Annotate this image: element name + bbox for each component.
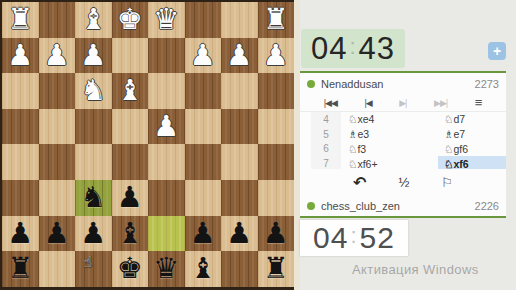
white-pawn-piece[interactable]: ♟ (39, 38, 76, 74)
white-knight-piece[interactable]: ♞ (75, 73, 112, 109)
square[interactable] (185, 109, 222, 145)
black-move[interactable]: ♗e7 (438, 127, 506, 142)
chess-board[interactable]: ♜♝♚♛♜♟♟♟♟♟♟♞♝♟♞♟♟♟♟♝♟♟♟♜♚♛♝♜ (2, 2, 294, 287)
clock-seconds: 52 (360, 221, 395, 255)
square[interactable]: ♜ (258, 251, 295, 287)
white-move[interactable]: ♗e3 (341, 127, 438, 142)
black-bishop-piece[interactable]: ♝ (185, 251, 222, 287)
clock-seconds: 43 (359, 31, 395, 67)
draw-button[interactable]: ½ (398, 175, 409, 190)
square[interactable]: ♟ (39, 216, 76, 252)
square[interactable]: ♟ (75, 216, 112, 252)
black-move[interactable]: ♘gf6 (438, 142, 506, 157)
square[interactable] (221, 251, 258, 287)
black-move[interactable]: ♘d7 (438, 112, 506, 127)
next-move-icon[interactable]: ▶| (399, 98, 406, 108)
square[interactable]: ♟ (258, 38, 295, 74)
square[interactable] (2, 144, 39, 180)
move-row: 4♘xe4♘d7 (300, 112, 506, 127)
square[interactable]: ♟ (2, 216, 39, 252)
square[interactable] (148, 180, 185, 216)
black-queen-piece[interactable]: ♛ (148, 251, 185, 287)
takeback-button[interactable]: ↶ (353, 173, 366, 192)
square[interactable]: ♟ (221, 216, 258, 252)
square[interactable]: ♟ (75, 38, 112, 74)
square[interactable] (112, 144, 149, 180)
square[interactable] (75, 251, 112, 287)
square[interactable] (39, 251, 76, 287)
last-move-icon[interactable]: ▶▶| (434, 98, 447, 108)
white-move[interactable]: ♘xe4 (341, 112, 438, 127)
square[interactable]: ♞ (75, 180, 112, 216)
move-number: 4 (311, 112, 341, 127)
square[interactable]: ♚ (112, 251, 149, 287)
resign-button[interactable]: ⚐ (441, 175, 453, 190)
move-row: 7♘xf6+♘xf6 (300, 156, 506, 169)
white-pawn-piece[interactable]: ♟ (185, 38, 222, 74)
square[interactable]: ♛ (148, 251, 185, 287)
square[interactable]: ♛ (148, 2, 185, 38)
square[interactable]: ♞ (75, 73, 112, 109)
square[interactable] (185, 73, 222, 109)
square[interactable] (2, 180, 39, 216)
black-bishop-piece[interactable]: ♝ (112, 216, 149, 252)
square[interactable]: ♟ (148, 109, 185, 145)
square[interactable]: ♟ (258, 216, 295, 252)
opponent-name: Nenaddusan (321, 78, 383, 90)
square[interactable]: ♝ (112, 216, 149, 252)
square[interactable]: ♜ (2, 2, 39, 38)
white-move[interactable]: ♘xf6+ (341, 156, 438, 169)
square[interactable]: ♟ (185, 38, 222, 74)
white-pawn-piece[interactable]: ♟ (258, 38, 295, 74)
black-rook-piece[interactable]: ♜ (2, 251, 39, 287)
white-move[interactable]: ♘f3 (341, 142, 438, 157)
square[interactable] (39, 180, 76, 216)
black-pawn-piece[interactable]: ♟ (221, 216, 258, 252)
white-pawn-piece[interactable]: ♟ (221, 38, 258, 74)
white-pawn-piece[interactable]: ♟ (2, 38, 39, 74)
move-row: 5♗e3♗e7 (300, 127, 506, 142)
square[interactable] (221, 180, 258, 216)
clock-minutes: 04 (313, 221, 348, 255)
square[interactable] (258, 73, 295, 109)
move-number: 6 (311, 142, 341, 157)
opponent-clock: 04:43 (301, 29, 405, 68)
menu-icon[interactable]: ≡ (475, 95, 483, 110)
white-rook-piece[interactable]: ♜ (258, 2, 295, 38)
square[interactable] (39, 109, 76, 145)
square[interactable] (221, 2, 258, 38)
player-rating: 2226 (475, 200, 499, 212)
player-clock: 04:52 (300, 220, 408, 256)
square[interactable] (2, 109, 39, 145)
square[interactable] (221, 144, 258, 180)
give-time-button[interactable]: + (488, 42, 506, 60)
square[interactable] (185, 180, 222, 216)
square[interactable]: ♟ (2, 38, 39, 74)
square[interactable] (258, 180, 295, 216)
black-king-piece[interactable]: ♚ (112, 251, 149, 287)
game-screen: ♜♝♚♛♜♟♟♟♟♟♟♞♝♟♞♟♟♟♟♝♟♟♟♜♚♛♝♜ 12345678 ☝ … (0, 0, 516, 290)
windows-activation-watermark: Активация Windows (352, 262, 479, 277)
square[interactable] (258, 109, 295, 145)
square[interactable] (2, 73, 39, 109)
move-number: 7 (311, 156, 341, 169)
square[interactable] (185, 144, 222, 180)
square[interactable] (112, 109, 149, 145)
square[interactable] (221, 109, 258, 145)
square[interactable] (185, 2, 222, 38)
clock-colon: : (350, 223, 357, 249)
player-name: chess_club_zen (321, 200, 400, 212)
moves-panel: Nenaddusan 2273 |◀◀|◀▶|▶▶|≡ 4♘xe4♘d75♗e3… (300, 71, 506, 218)
square[interactable] (148, 38, 185, 74)
black-pawn-piece[interactable]: ♟ (258, 216, 295, 252)
square[interactable] (75, 109, 112, 145)
black-move[interactable]: ♘xf6 (438, 156, 506, 169)
move-row: 6♘f3♘gf6 (300, 142, 506, 157)
opponent-rating: 2273 (475, 78, 499, 90)
square[interactable]: ♟ (112, 180, 149, 216)
square[interactable] (258, 144, 295, 180)
white-rook-piece[interactable]: ♜ (2, 2, 39, 38)
black-pawn-piece[interactable]: ♟ (2, 216, 39, 252)
black-pawn-piece[interactable]: ♟ (39, 216, 76, 252)
square[interactable]: ♚ (112, 2, 149, 38)
square[interactable]: ♟ (221, 38, 258, 74)
white-queen-piece[interactable]: ♛ (148, 2, 185, 38)
square[interactable] (148, 144, 185, 180)
square[interactable] (39, 73, 76, 109)
square[interactable]: ♜ (2, 251, 39, 287)
square[interactable]: ♜ (258, 2, 295, 38)
hand-cursor-icon: ☝ (83, 253, 92, 271)
clock-minutes: 04 (311, 31, 347, 67)
online-dot-icon (307, 202, 315, 210)
square[interactable]: ♟ (185, 216, 222, 252)
square[interactable]: ♝ (112, 73, 149, 109)
square[interactable] (39, 144, 76, 180)
white-king-piece[interactable]: ♚ (112, 2, 149, 38)
square[interactable] (112, 38, 149, 74)
square[interactable] (75, 144, 112, 180)
white-pawn-piece[interactable]: ♟ (148, 109, 185, 145)
square[interactable]: ♝ (185, 251, 222, 287)
move-nav: |◀◀|◀▶|▶▶|≡ (300, 94, 506, 112)
black-pawn-piece[interactable]: ♟ (185, 216, 222, 252)
square[interactable] (148, 73, 185, 109)
prev-move-icon[interactable]: |◀ (364, 98, 371, 108)
move-list: 4♘xe4♘d75♗e3♗e76♘f3♘gf67♘xf6+♘xf6 (300, 112, 506, 169)
white-bishop-piece[interactable]: ♝ (75, 2, 112, 38)
square[interactable] (148, 216, 185, 252)
black-knight-piece[interactable]: ♞ (75, 180, 112, 216)
square[interactable]: ♝ (75, 2, 112, 38)
online-dot-icon (307, 80, 315, 88)
white-pawn-piece[interactable]: ♟ (75, 38, 112, 74)
first-move-icon[interactable]: |◀◀ (324, 98, 337, 108)
move-number: 5 (311, 127, 341, 142)
clock-colon: : (349, 34, 356, 60)
square[interactable] (221, 73, 258, 109)
player-row[interactable]: chess_club_zen 2226 (300, 195, 506, 216)
opponent-row[interactable]: Nenaddusan 2273 (300, 73, 506, 94)
black-rook-piece[interactable]: ♜ (258, 251, 295, 287)
black-pawn-piece[interactable]: ♟ (112, 180, 149, 216)
square[interactable]: ♟ (39, 38, 76, 74)
square[interactable] (39, 2, 76, 38)
black-pawn-piece[interactable]: ♟ (75, 216, 112, 252)
white-bishop-piece[interactable]: ♝ (112, 73, 149, 109)
action-bar: ↶½⚐ (300, 169, 506, 195)
